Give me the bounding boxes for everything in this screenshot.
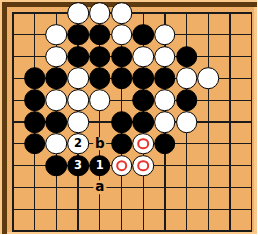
white-stone bbox=[46, 133, 68, 155]
white-stone bbox=[89, 2, 111, 24]
white-stone bbox=[67, 68, 89, 90]
white-stone bbox=[111, 24, 133, 46]
white-stone bbox=[46, 89, 68, 111]
white-stone bbox=[154, 24, 176, 46]
black-stone bbox=[111, 111, 133, 133]
go-board: 2b31a bbox=[0, 0, 257, 234]
red-circle-marker bbox=[137, 138, 149, 150]
white-stone bbox=[198, 68, 220, 90]
white-stone bbox=[176, 111, 198, 133]
black-stone bbox=[154, 68, 176, 90]
white-stone bbox=[154, 111, 176, 133]
white-stone-move-2: 2 bbox=[67, 133, 89, 155]
black-stone bbox=[132, 68, 154, 90]
point-label-a: a bbox=[93, 181, 106, 195]
black-stone bbox=[24, 111, 46, 133]
white-stone-circle-marked bbox=[132, 133, 154, 155]
black-stone bbox=[176, 46, 198, 68]
black-stone bbox=[67, 46, 89, 68]
grid-line-horizontal bbox=[12, 12, 252, 13]
black-stone bbox=[154, 133, 176, 155]
black-stone bbox=[132, 24, 154, 46]
red-circle-marker bbox=[116, 160, 128, 172]
white-stone bbox=[46, 46, 68, 68]
black-stone bbox=[111, 68, 133, 90]
black-stone bbox=[67, 24, 89, 46]
point-label-b: b bbox=[93, 137, 107, 151]
white-stone bbox=[111, 2, 133, 24]
white-stone bbox=[67, 111, 89, 133]
board-cut-edge-right bbox=[254, 0, 258, 234]
black-stone bbox=[24, 133, 46, 155]
white-stone-circle-marked bbox=[132, 155, 154, 177]
black-stone bbox=[132, 89, 154, 111]
board-cut-edge-bottom bbox=[0, 232, 257, 235]
black-stone bbox=[46, 68, 68, 90]
black-stone bbox=[111, 133, 133, 155]
white-stone bbox=[46, 24, 68, 46]
black-stone bbox=[24, 89, 46, 111]
black-stone bbox=[132, 111, 154, 133]
black-stone bbox=[89, 24, 111, 46]
black-stone bbox=[89, 68, 111, 90]
white-stone bbox=[89, 89, 111, 111]
white-stone bbox=[176, 68, 198, 90]
black-stone bbox=[46, 155, 68, 177]
move-number-label: 3 bbox=[74, 160, 82, 172]
white-stone bbox=[67, 2, 89, 24]
white-stone bbox=[67, 89, 89, 111]
grid-line-horizontal bbox=[12, 187, 252, 188]
white-stone bbox=[154, 46, 176, 68]
black-stone-move-3: 3 bbox=[67, 155, 89, 177]
black-stone bbox=[111, 46, 133, 68]
black-stone bbox=[24, 68, 46, 90]
board-frame-left bbox=[2, 2, 7, 234]
white-stone bbox=[132, 46, 154, 68]
black-stone bbox=[89, 46, 111, 68]
red-circle-marker bbox=[137, 160, 149, 172]
black-stone bbox=[176, 89, 198, 111]
grid-line-horizontal bbox=[12, 209, 252, 210]
black-stone bbox=[46, 111, 68, 133]
grid-line-horizontal bbox=[12, 230, 252, 231]
white-stone-circle-marked bbox=[111, 155, 133, 177]
black-stone-move-1: 1 bbox=[89, 155, 111, 177]
move-number-label: 1 bbox=[96, 160, 104, 172]
move-number-label: 2 bbox=[74, 138, 82, 150]
white-stone bbox=[154, 89, 176, 111]
